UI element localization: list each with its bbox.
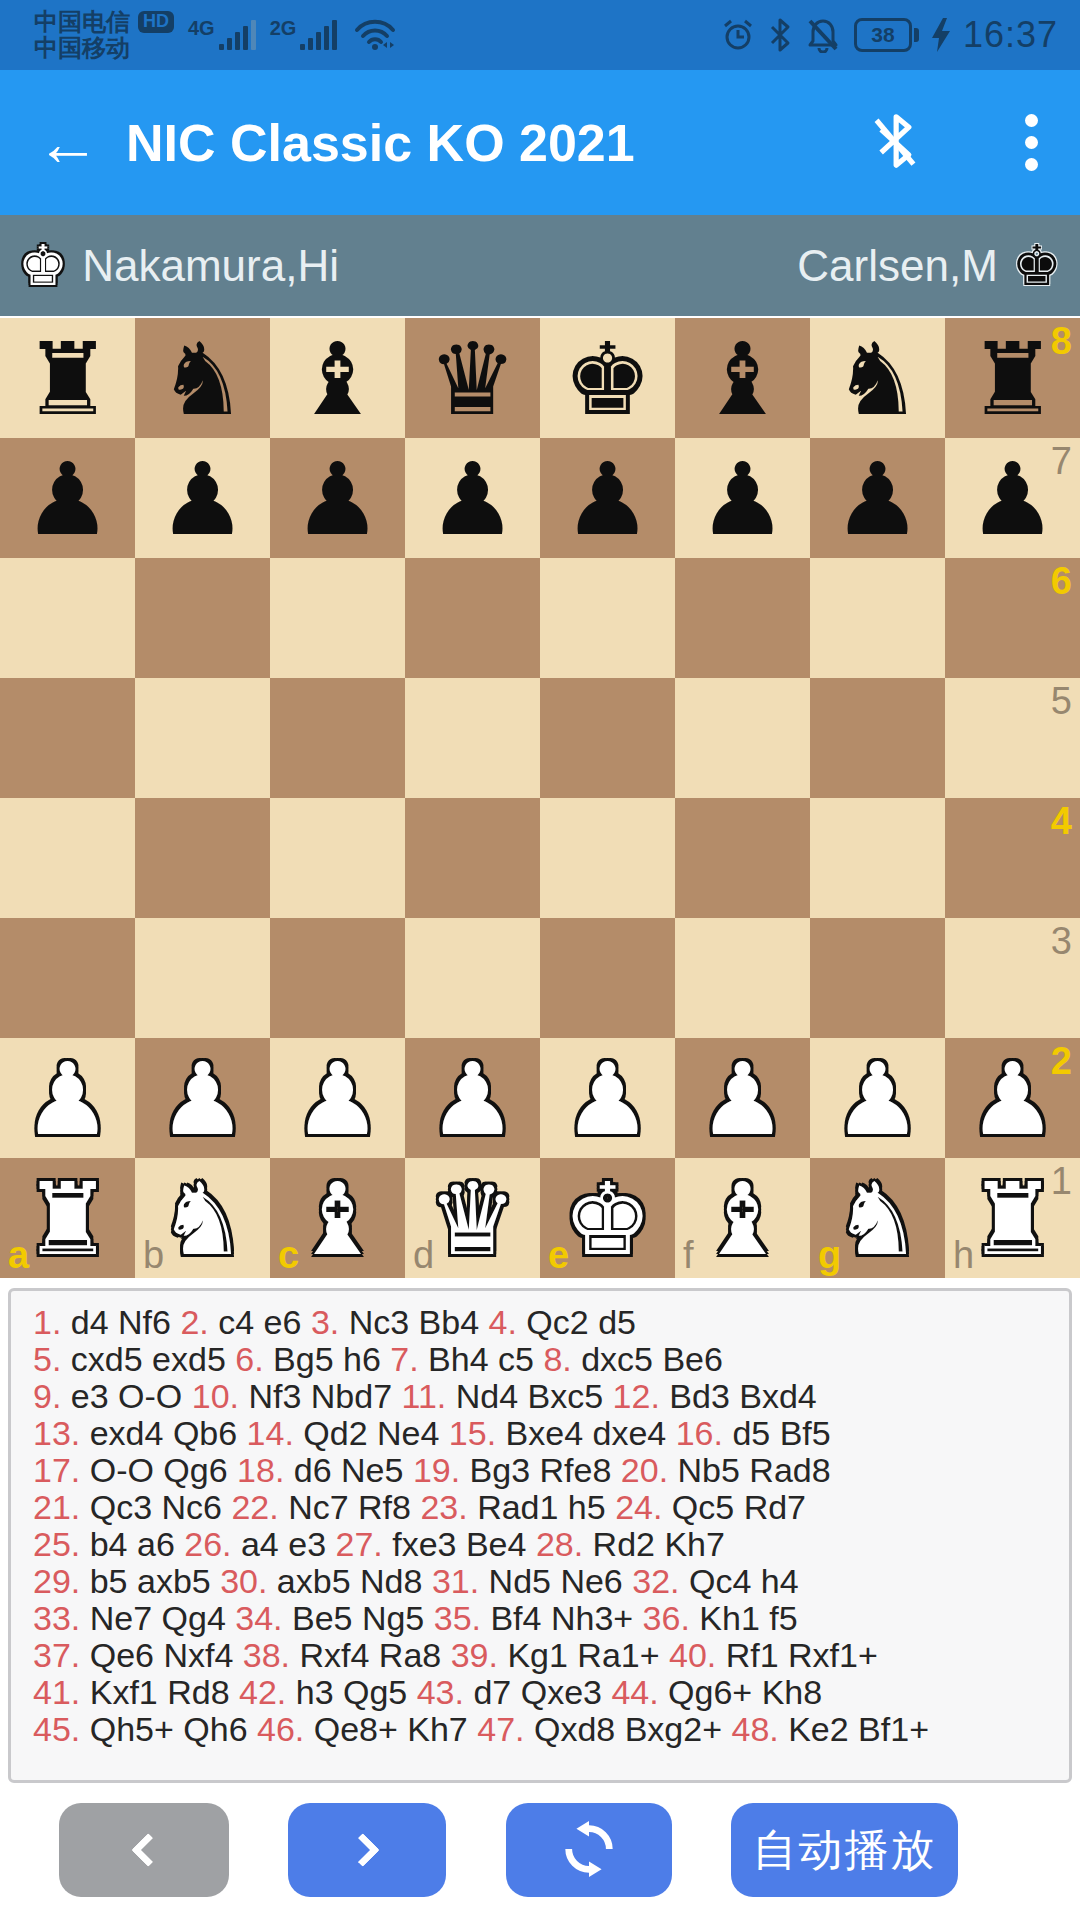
move-number: 19. xyxy=(413,1451,460,1489)
square-g7[interactable]: ♟ xyxy=(810,438,945,558)
black-pawn-e7[interactable]: ♟ xyxy=(563,450,653,550)
status-bar: 中国电信 HD 中国移动 4G 2G xyxy=(0,0,1080,70)
black-pawn-d7[interactable]: ♟ xyxy=(428,450,518,550)
square-e8[interactable]: ♚ xyxy=(540,318,675,438)
square-h4[interactable]: 4 xyxy=(945,798,1080,918)
move-number: 46. xyxy=(257,1710,304,1748)
square-e3[interactable] xyxy=(540,918,675,1038)
white-king-e1[interactable]: ♚ xyxy=(563,1170,653,1270)
square-c7[interactable]: ♟ xyxy=(270,438,405,558)
move-number: 27. xyxy=(336,1525,383,1563)
move-number: 33. xyxy=(33,1599,80,1637)
square-d6[interactable] xyxy=(405,558,540,678)
move-number: 37. xyxy=(33,1636,80,1674)
move-number: 17. xyxy=(33,1451,80,1489)
network-type-1: 4G xyxy=(188,17,215,40)
bluetooth-disabled-icon[interactable] xyxy=(867,111,923,175)
square-e7[interactable]: ♟ xyxy=(540,438,675,558)
black-queen-d8[interactable]: ♛ xyxy=(428,330,518,430)
white-bishop-c1[interactable]: ♝ xyxy=(293,1170,383,1270)
move-number: 13. xyxy=(33,1414,80,1452)
rank-label-8: 8 xyxy=(1051,322,1072,360)
white-pawn-b2[interactable]: ♟ xyxy=(158,1050,248,1150)
white-pawn-h2[interactable]: ♟ xyxy=(968,1050,1058,1150)
move-number: 14. xyxy=(247,1414,294,1452)
move-number: 35. xyxy=(434,1599,481,1637)
file-label-a: a xyxy=(8,1236,29,1274)
square-g8[interactable]: ♞ xyxy=(810,318,945,438)
square-a1[interactable]: ♜a xyxy=(0,1158,135,1278)
square-b7[interactable]: ♟ xyxy=(135,438,270,558)
move-number: 25. xyxy=(33,1525,80,1563)
rank-label-6: 6 xyxy=(1051,562,1072,600)
move-number: 7. xyxy=(390,1340,418,1378)
square-d4[interactable] xyxy=(405,798,540,918)
square-c4[interactable] xyxy=(270,798,405,918)
move-line-8[interactable]: 29. b5 axb5 30. axb5 Nd8 31. Nd5 Ne6 32.… xyxy=(33,1563,1069,1600)
square-c6[interactable] xyxy=(270,558,405,678)
square-g1[interactable]: ♞g xyxy=(810,1158,945,1278)
square-d7[interactable]: ♟ xyxy=(405,438,540,558)
move-number: 1. xyxy=(33,1303,61,1341)
file-label-g: g xyxy=(818,1236,841,1274)
square-d3[interactable] xyxy=(405,918,540,1038)
rank-label-4: 4 xyxy=(1051,802,1072,840)
move-line-4[interactable]: 13. exd4 Qb6 14. Qd2 Ne4 15. Bxe4 dxe4 1… xyxy=(33,1415,1069,1452)
move-number: 47. xyxy=(477,1710,524,1748)
move-number: 11. xyxy=(402,1377,447,1415)
move-number: 15. xyxy=(449,1414,496,1452)
black-bishop-c8[interactable]: ♝ xyxy=(293,330,383,430)
white-pawn-e2[interactable]: ♟ xyxy=(563,1050,653,1150)
square-f8[interactable]: ♝ xyxy=(675,318,810,438)
white-bishop-f1[interactable]: ♝ xyxy=(698,1170,788,1270)
white-player-name: Nakamura,Hi xyxy=(82,241,339,291)
move-number: 41. xyxy=(33,1673,80,1711)
black-pawn-a7[interactable]: ♟ xyxy=(23,450,113,550)
square-a7[interactable]: ♟ xyxy=(0,438,135,558)
move-number: 31. xyxy=(432,1562,479,1600)
move-number: 26. xyxy=(184,1525,231,1563)
move-number: 38. xyxy=(243,1636,290,1674)
signal-group-2: 2G xyxy=(270,17,338,54)
square-g2[interactable]: ♟ xyxy=(810,1038,945,1158)
square-e6[interactable] xyxy=(540,558,675,678)
move-line-5[interactable]: 17. O-O Qg6 18. d6 Ne5 19. Bg3 Rfe8 20. … xyxy=(33,1452,1069,1489)
rank-label-3: 3 xyxy=(1051,922,1072,960)
move-list[interactable]: 1. d4 Nf6 2. c4 e6 3. Nc3 Bb4 4. Qc2 d55… xyxy=(8,1288,1072,1783)
network-type-2: 2G xyxy=(270,17,297,40)
square-e5[interactable] xyxy=(540,678,675,798)
move-number: 43. xyxy=(417,1673,464,1711)
square-f2[interactable]: ♟ xyxy=(675,1038,810,1158)
move-line-1[interactable]: 1. d4 Nf6 2. c4 e6 3. Nc3 Bb4 4. Qc2 d5 xyxy=(33,1304,1069,1341)
battery-percent: 38 xyxy=(854,18,912,52)
square-a2[interactable]: ♟ xyxy=(0,1038,135,1158)
square-f5[interactable] xyxy=(675,678,810,798)
rank-label-2: 2 xyxy=(1051,1042,1072,1080)
move-number: 8. xyxy=(543,1340,571,1378)
square-h3[interactable]: 3 xyxy=(945,918,1080,1038)
battery-icon: 38 xyxy=(854,18,919,52)
square-h7[interactable]: ♟7 xyxy=(945,438,1080,558)
clock-time: 16:37 xyxy=(963,14,1058,56)
back-arrow-icon[interactable]: ← xyxy=(36,106,126,180)
move-number: 20. xyxy=(621,1451,668,1489)
black-player-name: Carlsen,M xyxy=(797,241,998,291)
black-pawn-b7[interactable]: ♟ xyxy=(158,450,248,550)
square-a8[interactable]: ♜ xyxy=(0,318,135,438)
black-rook-h8[interactable]: ♜ xyxy=(968,330,1058,430)
square-b2[interactable]: ♟ xyxy=(135,1038,270,1158)
black-rook-a8[interactable]: ♜ xyxy=(23,330,113,430)
move-number: 39. xyxy=(451,1636,498,1674)
move-number: 12. xyxy=(613,1377,660,1415)
white-knight-b1[interactable]: ♞ xyxy=(158,1170,248,1270)
file-label-c: c xyxy=(278,1236,299,1274)
square-f4[interactable] xyxy=(675,798,810,918)
signal-bars-icon xyxy=(300,20,337,50)
overflow-menu-icon[interactable] xyxy=(1019,108,1044,177)
black-king-icon: ♚ xyxy=(1012,238,1062,294)
move-number: 3. xyxy=(311,1303,339,1341)
white-pawn-c2[interactable]: ♟ xyxy=(293,1050,383,1150)
square-b5[interactable] xyxy=(135,678,270,798)
square-b4[interactable] xyxy=(135,798,270,918)
file-label-b: b xyxy=(143,1236,164,1274)
move-number: 36. xyxy=(643,1599,690,1637)
square-b1[interactable]: ♞b xyxy=(135,1158,270,1278)
square-c1[interactable]: ♝c xyxy=(270,1158,405,1278)
square-c8[interactable]: ♝ xyxy=(270,318,405,438)
charging-bolt-icon xyxy=(932,18,950,52)
black-king-e8[interactable]: ♚ xyxy=(563,330,653,430)
black-bishop-f8[interactable]: ♝ xyxy=(698,330,788,430)
white-pawn-g2[interactable]: ♟ xyxy=(833,1050,923,1150)
square-d2[interactable]: ♟ xyxy=(405,1038,540,1158)
square-g6[interactable] xyxy=(810,558,945,678)
move-line-3[interactable]: 9. e3 O-O 10. Nf3 Nbd7 11. Nd4 Bxc5 12. … xyxy=(33,1378,1069,1415)
black-pawn-h7[interactable]: ♟ xyxy=(968,450,1058,550)
square-f6[interactable] xyxy=(675,558,810,678)
white-king-icon: ♚ xyxy=(18,238,68,294)
move-line-12[interactable]: 45. Qh5+ Qh6 46. Qe8+ Kh7 47. Qxd8 Bxg2+… xyxy=(33,1711,1069,1748)
white-rook-a1[interactable]: ♜ xyxy=(23,1170,113,1270)
move-number: 48. xyxy=(731,1710,778,1748)
file-label-d: d xyxy=(413,1236,434,1274)
square-g4[interactable] xyxy=(810,798,945,918)
bluetooth-icon xyxy=(768,17,792,53)
move-number: 42. xyxy=(239,1673,286,1711)
move-number: 9. xyxy=(33,1377,61,1415)
file-label-f: f xyxy=(683,1236,694,1274)
chevron-right-icon xyxy=(346,1833,380,1867)
move-number: 5. xyxy=(33,1340,61,1378)
white-pawn-a2[interactable]: ♟ xyxy=(23,1050,113,1150)
move-number: 10. xyxy=(192,1377,239,1415)
square-a6[interactable] xyxy=(0,558,135,678)
move-number: 45. xyxy=(33,1710,80,1748)
square-h6[interactable]: 6 xyxy=(945,558,1080,678)
square-b3[interactable] xyxy=(135,918,270,1038)
square-g5[interactable] xyxy=(810,678,945,798)
move-number: 18. xyxy=(237,1451,284,1489)
file-label-e: e xyxy=(548,1236,569,1274)
move-line-2[interactable]: 5. cxd5 exd5 6. Bg5 h6 7. Bh4 c5 8. dxc5… xyxy=(33,1341,1069,1378)
playback-controls: 自动播放 xyxy=(59,1803,958,1897)
black-knight-g8[interactable]: ♞ xyxy=(833,330,923,430)
move-number: 2. xyxy=(180,1303,208,1341)
move-number: 44. xyxy=(611,1673,658,1711)
square-e1[interactable]: ♚e xyxy=(540,1158,675,1278)
square-b8[interactable]: ♞ xyxy=(135,318,270,438)
move-number: 16. xyxy=(676,1414,723,1452)
move-number: 24. xyxy=(615,1488,662,1526)
square-c2[interactable]: ♟ xyxy=(270,1038,405,1158)
black-pawn-c7[interactable]: ♟ xyxy=(293,450,383,550)
white-pawn-d2[interactable]: ♟ xyxy=(428,1050,518,1150)
white-pawn-f2[interactable]: ♟ xyxy=(698,1050,788,1150)
rank-label-1: 1 xyxy=(1051,1162,1072,1200)
notifications-off-icon xyxy=(805,17,841,53)
move-line-6[interactable]: 21. Qc3 Nc6 22. Nc7 Rf8 23. Rad1 h5 24. … xyxy=(33,1489,1069,1526)
square-f1[interactable]: ♝f xyxy=(675,1158,810,1278)
square-a5[interactable] xyxy=(0,678,135,798)
move-number: 29. xyxy=(33,1562,80,1600)
square-c5[interactable] xyxy=(270,678,405,798)
file-label-h: h xyxy=(953,1236,974,1274)
move-number: 6. xyxy=(235,1340,263,1378)
move-number: 34. xyxy=(235,1599,282,1637)
rank-label-5: 5 xyxy=(1051,682,1072,720)
carrier-info: 中国电信 HD 中国移动 xyxy=(34,9,174,62)
next-move-button[interactable] xyxy=(288,1803,446,1897)
square-b6[interactable] xyxy=(135,558,270,678)
chevron-left-icon xyxy=(131,1833,165,1867)
carrier-name-1: 中国电信 xyxy=(34,9,130,35)
square-a3[interactable] xyxy=(0,918,135,1038)
move-line-10[interactable]: 37. Qe6 Nxf4 38. Rxf4 Ra8 39. Kg1 Ra1+ 4… xyxy=(33,1637,1069,1674)
square-d8[interactable]: ♛ xyxy=(405,318,540,438)
square-h5[interactable]: 5 xyxy=(945,678,1080,798)
white-queen-d1[interactable]: ♛ xyxy=(428,1170,518,1270)
square-c3[interactable] xyxy=(270,918,405,1038)
square-h2[interactable]: ♟2 xyxy=(945,1038,1080,1158)
page-title: NIC Classic KO 2021 xyxy=(126,113,635,173)
white-knight-g1[interactable]: ♞ xyxy=(833,1170,923,1270)
move-number: 4. xyxy=(489,1303,517,1341)
square-f3[interactable] xyxy=(675,918,810,1038)
move-number: 40. xyxy=(669,1636,716,1674)
square-e2[interactable]: ♟ xyxy=(540,1038,675,1158)
signal-group-1: 4G xyxy=(188,17,256,54)
move-number: 23. xyxy=(420,1488,467,1526)
black-pawn-g7[interactable]: ♟ xyxy=(833,450,923,550)
move-line-11[interactable]: 41. Kxf1 Rd8 42. h3 Qg5 43. d7 Qxe3 44. … xyxy=(33,1674,1069,1711)
rank-label-7: 7 xyxy=(1051,442,1072,480)
alarm-icon xyxy=(721,18,755,52)
square-d5[interactable] xyxy=(405,678,540,798)
chess-board[interactable]: ♜♞♝♛♚♝♞♜8♟♟♟♟♟♟♟♟76543♟♟♟♟♟♟♟♟2♜a♞b♝c♛d♚… xyxy=(0,318,1080,1278)
move-number: 22. xyxy=(231,1488,278,1526)
black-knight-b8[interactable]: ♞ xyxy=(158,330,248,430)
square-h1[interactable]: ♜1h xyxy=(945,1158,1080,1278)
app-bar: ← NIC Classic KO 2021 xyxy=(0,70,1080,215)
move-line-7[interactable]: 25. b4 a6 26. a4 e3 27. fxe3 Be4 28. Rd2… xyxy=(33,1526,1069,1563)
autoplay-button[interactable]: 自动播放 xyxy=(731,1803,958,1897)
move-number: 21. xyxy=(33,1488,80,1526)
square-d1[interactable]: ♛d xyxy=(405,1158,540,1278)
square-g3[interactable] xyxy=(810,918,945,1038)
move-number: 32. xyxy=(632,1562,679,1600)
square-f7[interactable]: ♟ xyxy=(675,438,810,558)
move-number: 28. xyxy=(536,1525,583,1563)
signal-bars-icon xyxy=(219,20,256,50)
carrier-name-2: 中国移动 xyxy=(34,35,174,61)
previous-move-button[interactable] xyxy=(59,1803,229,1897)
black-pawn-f7[interactable]: ♟ xyxy=(698,450,788,550)
square-e4[interactable] xyxy=(540,798,675,918)
square-h8[interactable]: ♜8 xyxy=(945,318,1080,438)
sync-icon xyxy=(560,1820,618,1881)
player-bar: ♚ Nakamura,Hi Carlsen,M ♚ xyxy=(0,215,1080,318)
square-a4[interactable] xyxy=(0,798,135,918)
move-number: 30. xyxy=(220,1562,267,1600)
wifi-icon xyxy=(353,15,397,55)
hd-badge: HD xyxy=(138,11,174,33)
flip-reset-button[interactable] xyxy=(506,1803,672,1897)
white-rook-h1[interactable]: ♜ xyxy=(968,1170,1058,1270)
move-line-9[interactable]: 33. Ne7 Qg4 34. Be5 Ng5 35. Bf4 Nh3+ 36.… xyxy=(33,1600,1069,1637)
